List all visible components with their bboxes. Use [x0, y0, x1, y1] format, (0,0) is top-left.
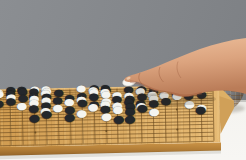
stone-black: ●	[113, 114, 125, 124]
star-point	[176, 108, 178, 110]
stone-black: ●	[41, 109, 52, 119]
stone-black: ●	[196, 90, 207, 100]
board-stones: ●●●●●●●●●●●●●●●●●●●●●●●●●●●●●●●●●●●●●●●●…	[0, 85, 219, 90]
stone-white: ●	[184, 100, 195, 110]
star-point	[105, 129, 107, 131]
stone-white: ●	[148, 107, 159, 117]
bowl-opening	[210, 58, 237, 71]
star-point	[177, 128, 179, 130]
go-game-photo: ●●●●●●●●●●●●●●●●●●●●●●●●●●●●●●●●●●●●●●●●…	[0, 0, 246, 160]
stone-black: ●	[195, 105, 206, 115]
go-board: ●●●●●●●●●●●●●●●●●●●●●●●●●●●●●●●●●●●●●●●●…	[0, 85, 221, 148]
stone-white: ●	[88, 103, 99, 113]
stone-white: ●	[172, 91, 183, 101]
stone-black: ●	[29, 112, 41, 122]
stone-black: ●	[160, 96, 171, 106]
stone-white: ●	[52, 103, 63, 113]
star-point	[34, 131, 36, 133]
stone-white: ●	[101, 111, 113, 121]
stone-black: ●	[137, 104, 148, 114]
stone-white: ●	[76, 108, 87, 118]
stone-black: ●	[64, 111, 76, 121]
stone-black: ●	[0, 99, 4, 109]
stone-black: ●	[124, 113, 136, 123]
stone-black: ●	[5, 96, 16, 106]
stone-white: ●	[16, 101, 27, 111]
